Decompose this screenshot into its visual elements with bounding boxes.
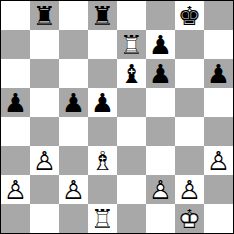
square-a3[interactable] <box>1 146 30 175</box>
square-b5[interactable] <box>30 88 59 117</box>
piece-white-bishop: ♝♗ <box>88 146 117 175</box>
square-h6[interactable]: ♟ <box>204 59 233 88</box>
square-e5[interactable] <box>117 88 146 117</box>
square-a5[interactable]: ♟ <box>1 88 30 117</box>
square-f6[interactable]: ♟ <box>146 59 175 88</box>
square-a8[interactable] <box>1 1 30 30</box>
square-d2[interactable] <box>88 175 117 204</box>
square-c3[interactable] <box>59 146 88 175</box>
square-g3[interactable] <box>175 146 204 175</box>
square-c7[interactable] <box>59 30 88 59</box>
square-e6[interactable]: ♝ <box>117 59 146 88</box>
piece-white-pawn: ♟♙ <box>1 175 30 204</box>
square-g2[interactable]: ♟♙ <box>175 175 204 204</box>
square-b6[interactable] <box>30 59 59 88</box>
square-f4[interactable] <box>146 117 175 146</box>
square-h3[interactable]: ♟♙ <box>204 146 233 175</box>
square-a2[interactable]: ♟♙ <box>1 175 30 204</box>
square-e3[interactable] <box>117 146 146 175</box>
square-g4[interactable] <box>175 117 204 146</box>
piece-black-pawn: ♟ <box>204 59 233 88</box>
square-a1[interactable] <box>1 204 30 233</box>
square-g1[interactable]: ♚♔ <box>175 204 204 233</box>
square-h8[interactable] <box>204 1 233 30</box>
square-d6[interactable] <box>88 59 117 88</box>
piece-black-pawn: ♟ <box>146 59 175 88</box>
square-h5[interactable] <box>204 88 233 117</box>
square-c1[interactable] <box>59 204 88 233</box>
square-a4[interactable] <box>1 117 30 146</box>
square-c4[interactable] <box>59 117 88 146</box>
chess-board: ♜♜♚♜♖♟♝♟♟♟♟♟♟♙♝♗♟♙♟♙♟♙♟♙♟♙♜♖♚♔ <box>0 0 234 234</box>
square-e8[interactable] <box>117 1 146 30</box>
square-h2[interactable] <box>204 175 233 204</box>
square-g8[interactable]: ♚ <box>175 1 204 30</box>
square-d4[interactable] <box>88 117 117 146</box>
square-f7[interactable]: ♟ <box>146 30 175 59</box>
square-f3[interactable] <box>146 146 175 175</box>
square-f8[interactable] <box>146 1 175 30</box>
square-c2[interactable]: ♟♙ <box>59 175 88 204</box>
square-f1[interactable] <box>146 204 175 233</box>
square-e1[interactable] <box>117 204 146 233</box>
square-e4[interactable] <box>117 117 146 146</box>
square-c5[interactable]: ♟ <box>59 88 88 117</box>
square-h1[interactable] <box>204 204 233 233</box>
piece-black-pawn: ♟ <box>88 88 117 117</box>
square-b2[interactable] <box>30 175 59 204</box>
piece-black-pawn: ♟ <box>59 88 88 117</box>
piece-white-pawn: ♟♙ <box>30 146 59 175</box>
square-h4[interactable] <box>204 117 233 146</box>
piece-black-bishop: ♝ <box>117 59 146 88</box>
square-d1[interactable]: ♜♖ <box>88 204 117 233</box>
square-h7[interactable] <box>204 30 233 59</box>
square-d7[interactable] <box>88 30 117 59</box>
square-a7[interactable] <box>1 30 30 59</box>
square-d8[interactable]: ♜ <box>88 1 117 30</box>
square-d5[interactable]: ♟ <box>88 88 117 117</box>
piece-black-pawn: ♟ <box>1 88 30 117</box>
square-b3[interactable]: ♟♙ <box>30 146 59 175</box>
piece-white-rook: ♜♖ <box>117 30 146 59</box>
square-f5[interactable] <box>146 88 175 117</box>
square-d3[interactable]: ♝♗ <box>88 146 117 175</box>
square-a6[interactable] <box>1 59 30 88</box>
piece-black-pawn: ♟ <box>146 30 175 59</box>
piece-white-pawn: ♟♙ <box>175 175 204 204</box>
square-b4[interactable] <box>30 117 59 146</box>
piece-white-pawn: ♟♙ <box>204 146 233 175</box>
piece-white-pawn: ♟♙ <box>146 175 175 204</box>
square-g7[interactable] <box>175 30 204 59</box>
square-g5[interactable] <box>175 88 204 117</box>
piece-black-rook: ♜ <box>88 1 117 30</box>
square-c8[interactable] <box>59 1 88 30</box>
square-g6[interactable] <box>175 59 204 88</box>
square-e2[interactable] <box>117 175 146 204</box>
square-b8[interactable]: ♜ <box>30 1 59 30</box>
square-e7[interactable]: ♜♖ <box>117 30 146 59</box>
piece-white-rook: ♜♖ <box>88 204 117 233</box>
piece-white-pawn: ♟♙ <box>59 175 88 204</box>
square-f2[interactable]: ♟♙ <box>146 175 175 204</box>
square-b7[interactable] <box>30 30 59 59</box>
square-c6[interactable] <box>59 59 88 88</box>
piece-black-king: ♚ <box>175 1 204 30</box>
piece-white-king: ♚♔ <box>175 204 204 233</box>
square-b1[interactable] <box>30 204 59 233</box>
piece-black-rook: ♜ <box>30 1 59 30</box>
